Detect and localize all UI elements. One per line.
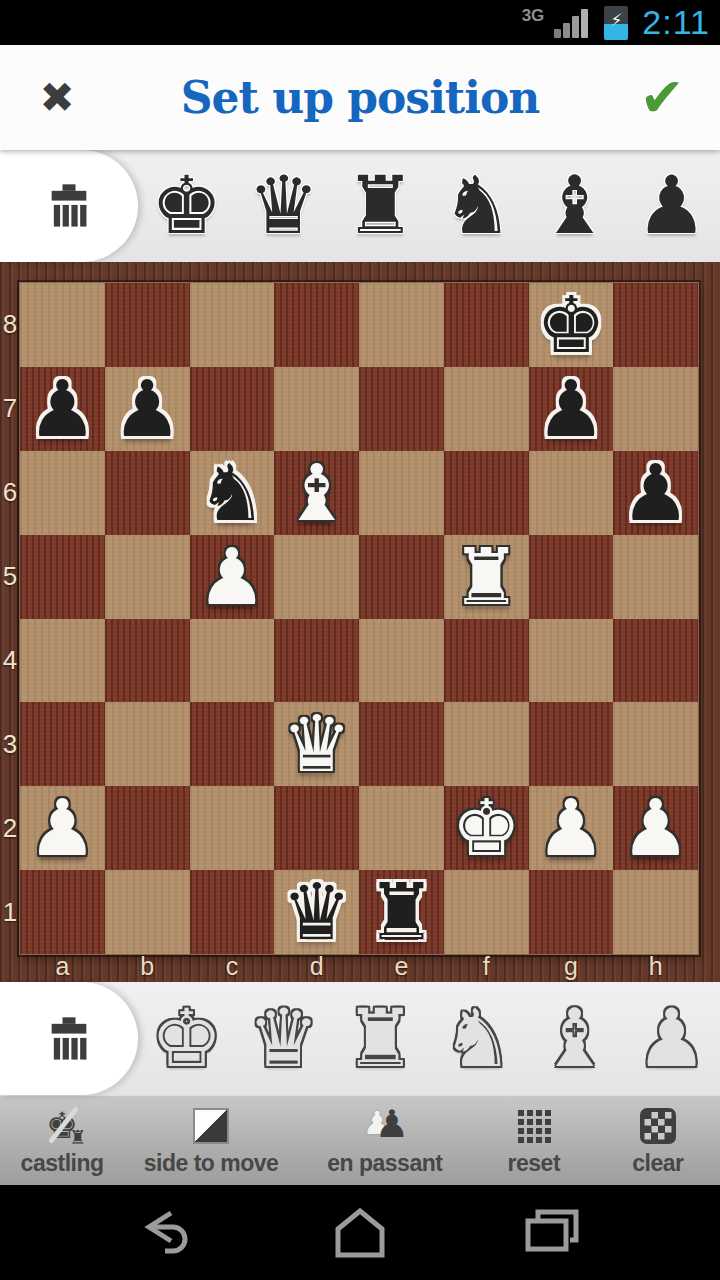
- square-g5[interactable]: [529, 535, 614, 619]
- square-c2[interactable]: [190, 786, 275, 870]
- signal-strength-icon: [554, 8, 588, 38]
- square-h1[interactable]: [613, 870, 698, 954]
- piece-white-bishop-d6[interactable]: ♝: [274, 451, 359, 535]
- confirm-check-icon[interactable]: ✔: [622, 45, 702, 150]
- palette-white-queen[interactable]: ♛: [235, 982, 332, 1095]
- piece-black-rook-e1[interactable]: ♜: [359, 870, 444, 954]
- square-d7[interactable]: [274, 367, 359, 451]
- piece-white-pawn-h2[interactable]: ♟: [613, 786, 698, 870]
- rank-label-8: 8: [0, 283, 20, 367]
- side-to-move-label: side to move: [144, 1150, 279, 1177]
- home-icon[interactable]: [328, 1207, 392, 1259]
- header: ✖ Set up position ✔: [0, 45, 720, 150]
- piece-white-king-f2[interactable]: ♚: [444, 786, 529, 870]
- piece-white-pawn-c5[interactable]: ♟: [190, 535, 275, 619]
- square-f1[interactable]: [444, 870, 529, 954]
- recents-icon[interactable]: [520, 1207, 584, 1259]
- square-b1[interactable]: [105, 870, 190, 954]
- square-e6[interactable]: [359, 451, 444, 535]
- piece-black-queen-d1[interactable]: ♛: [274, 870, 359, 954]
- android-navbar: [0, 1185, 720, 1280]
- square-a6[interactable]: [20, 451, 105, 535]
- piece-black-pawn-b7[interactable]: ♟: [105, 367, 190, 451]
- square-b6[interactable]: [105, 451, 190, 535]
- status-clock: 2:11: [642, 3, 710, 42]
- square-a3[interactable]: [20, 702, 105, 786]
- black-rook-glyph: ♜: [345, 166, 417, 246]
- square-a5[interactable]: [20, 535, 105, 619]
- trash-delete-button[interactable]: [0, 982, 138, 1095]
- network-type-label: 3G: [522, 6, 545, 26]
- square-b2[interactable]: [105, 786, 190, 870]
- file-label-b: b: [105, 953, 190, 981]
- file-label-d: d: [274, 953, 359, 981]
- palette-white-rook[interactable]: ♜: [332, 982, 429, 1095]
- square-c8[interactable]: [190, 283, 275, 367]
- rank-label-1: 1: [0, 870, 20, 954]
- square-e3[interactable]: [359, 702, 444, 786]
- file-label-h: h: [613, 953, 698, 981]
- square-b4[interactable]: [105, 619, 190, 703]
- setup-toolbar: ♚ ♜ castling side to move ♟ ♟ en passant: [0, 1095, 720, 1185]
- square-a4[interactable]: [20, 619, 105, 703]
- castling-icon: ♚ ♜: [46, 1105, 78, 1147]
- square-e5[interactable]: [359, 535, 444, 619]
- back-icon[interactable]: [135, 1207, 199, 1259]
- clear-label: clear: [632, 1150, 683, 1177]
- palette-black-queen[interactable]: ♛: [235, 150, 332, 262]
- white-rook-glyph: ♜: [345, 999, 417, 1079]
- palette-white-knight[interactable]: ♞: [429, 982, 526, 1095]
- en-passant-button[interactable]: ♟ ♟ en passant: [298, 1096, 472, 1185]
- file-label-g: g: [529, 953, 614, 981]
- trash-icon: [43, 180, 95, 232]
- palette-white-king[interactable]: ♚: [138, 982, 235, 1095]
- black-knight-glyph: ♞: [442, 166, 514, 246]
- palette-white-pawn[interactable]: ♟: [623, 982, 720, 1095]
- palette-black-knight[interactable]: ♞: [429, 150, 526, 262]
- clear-icon: [639, 1105, 677, 1147]
- file-label-a: a: [20, 953, 105, 981]
- square-d8[interactable]: [274, 283, 359, 367]
- black-queen-glyph: ♛: [248, 166, 320, 246]
- white-pawn-glyph: ♟: [636, 999, 708, 1079]
- square-b5[interactable]: [105, 535, 190, 619]
- square-h3[interactable]: [613, 702, 698, 786]
- palette-black-king[interactable]: ♚: [138, 150, 235, 262]
- square-g6[interactable]: [529, 451, 614, 535]
- palette-black-rook[interactable]: ♜: [332, 150, 429, 262]
- square-h8[interactable]: [613, 283, 698, 367]
- black-pawn-glyph: ♟: [636, 166, 708, 246]
- castling-button[interactable]: ♚ ♜ castling: [0, 1096, 124, 1185]
- rank-label-2: 2: [0, 786, 20, 870]
- rank-label-4: 4: [0, 619, 20, 703]
- trash-icon: [43, 1013, 95, 1065]
- reset-label: reset: [508, 1150, 560, 1177]
- piece-black-knight-c6[interactable]: ♞: [190, 451, 275, 535]
- square-f8[interactable]: [444, 283, 529, 367]
- castling-label: castling: [21, 1150, 104, 1177]
- square-h5[interactable]: [613, 535, 698, 619]
- square-c1[interactable]: [190, 870, 275, 954]
- square-e8[interactable]: [359, 283, 444, 367]
- square-c7[interactable]: [190, 367, 275, 451]
- square-g1[interactable]: [529, 870, 614, 954]
- trash-delete-button[interactable]: [0, 150, 138, 262]
- rank-label-5: 5: [0, 535, 20, 619]
- square-b3[interactable]: [105, 702, 190, 786]
- square-h7[interactable]: [613, 367, 698, 451]
- piece-white-pawn-a2[interactable]: ♟: [20, 786, 105, 870]
- white-bishop-glyph: ♝: [539, 999, 611, 1079]
- square-a1[interactable]: [20, 870, 105, 954]
- reset-button[interactable]: reset: [472, 1096, 596, 1185]
- white-king-glyph: ♚: [151, 999, 223, 1079]
- square-c3[interactable]: [190, 702, 275, 786]
- reset-icon: [517, 1105, 551, 1147]
- piece-black-pawn-a7[interactable]: ♟: [20, 367, 105, 451]
- rank-label-6: 6: [0, 451, 20, 535]
- lightning-bolt-icon: ⚡: [604, 10, 628, 30]
- file-label-f: f: [444, 953, 529, 981]
- white-piece-palette: ♚♛♜♞♝♟: [0, 982, 720, 1095]
- square-f4[interactable]: [444, 619, 529, 703]
- piece-black-pawn-h6[interactable]: ♟: [613, 451, 698, 535]
- square-e2[interactable]: [359, 786, 444, 870]
- battery-charging-icon: ⚡: [604, 6, 628, 40]
- en-passant-label: en passant: [327, 1150, 442, 1177]
- palette-black-bishop[interactable]: ♝: [526, 150, 623, 262]
- square-h4[interactable]: [613, 619, 698, 703]
- piece-white-queen-d3[interactable]: ♛: [274, 702, 359, 786]
- square-d2[interactable]: [274, 786, 359, 870]
- clear-button[interactable]: clear: [596, 1096, 720, 1185]
- square-e4[interactable]: [359, 619, 444, 703]
- rank-label-7: 7: [0, 367, 20, 451]
- square-d5[interactable]: [274, 535, 359, 619]
- status-bar: 3G ⚡ 2:11: [0, 0, 720, 45]
- file-label-c: c: [190, 953, 275, 981]
- black-king-glyph: ♚: [151, 166, 223, 246]
- black-bishop-glyph: ♝: [539, 166, 611, 246]
- chess-board: ♚♟♟♟♞♝♟♟♜♛♟♚♟♟♛♜ 87654321abcdefgh: [0, 262, 720, 982]
- rank-label-3: 3: [0, 702, 20, 786]
- page-title: Set up position: [0, 72, 720, 123]
- close-icon[interactable]: ✖: [22, 45, 92, 150]
- white-knight-glyph: ♞: [442, 999, 514, 1079]
- square-g4[interactable]: [529, 619, 614, 703]
- palette-black-pawn[interactable]: ♟: [623, 150, 720, 262]
- palette-white-bishop[interactable]: ♝: [526, 982, 623, 1095]
- square-a8[interactable]: [20, 283, 105, 367]
- side-to-move-icon: [193, 1105, 229, 1147]
- white-queen-glyph: ♛: [248, 999, 320, 1079]
- square-g3[interactable]: [529, 702, 614, 786]
- piece-white-pawn-g2[interactable]: ♟: [529, 786, 614, 870]
- en-passant-icon: ♟ ♟: [361, 1105, 409, 1147]
- square-c4[interactable]: [190, 619, 275, 703]
- side-to-move-button[interactable]: side to move: [124, 1096, 298, 1185]
- file-label-e: e: [359, 953, 444, 981]
- square-f6[interactable]: [444, 451, 529, 535]
- piece-white-rook-f5[interactable]: ♜: [444, 535, 529, 619]
- black-piece-palette: ♚♛♜♞♝♟: [0, 150, 720, 262]
- square-f7[interactable]: [444, 367, 529, 451]
- square-b8[interactable]: [105, 283, 190, 367]
- square-f3[interactable]: [444, 702, 529, 786]
- square-e7[interactable]: [359, 367, 444, 451]
- piece-black-pawn-g7[interactable]: ♟: [529, 367, 614, 451]
- square-d4[interactable]: [274, 619, 359, 703]
- piece-black-king-g8[interactable]: ♚: [529, 283, 614, 367]
